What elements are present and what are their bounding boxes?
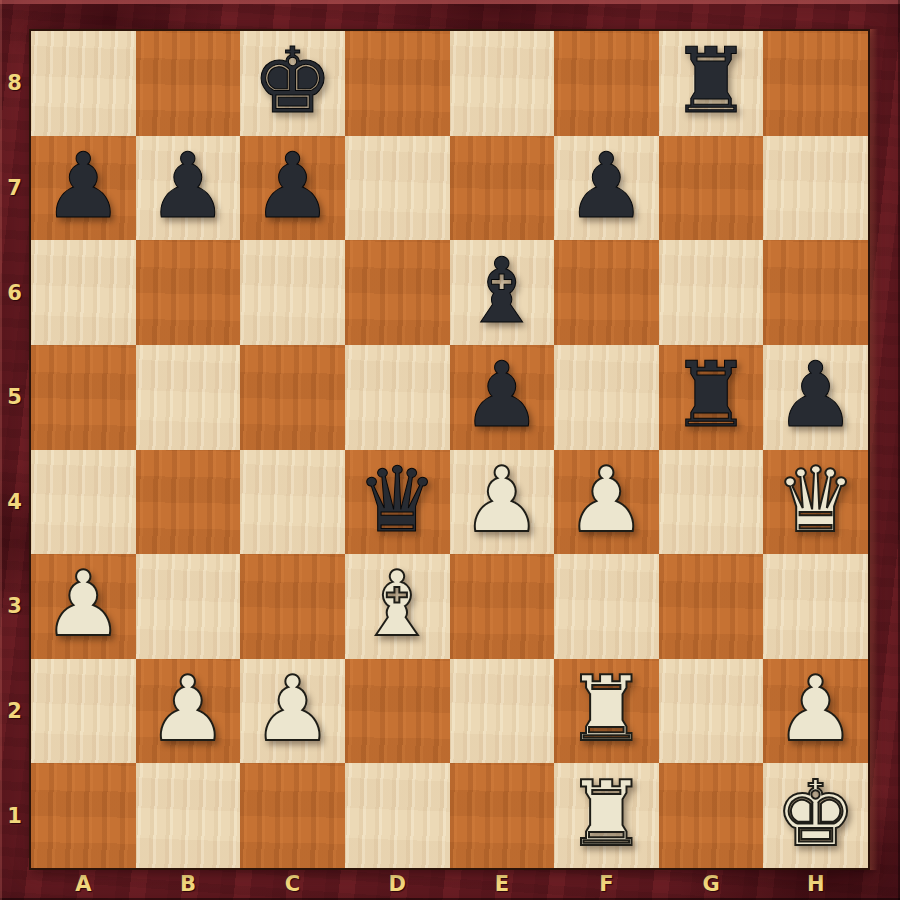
square-b5[interactable]: [136, 345, 241, 450]
square-b2[interactable]: ♟: [136, 659, 241, 764]
square-c3[interactable]: [240, 554, 345, 659]
square-h2[interactable]: ♟: [763, 659, 868, 764]
square-g2[interactable]: [659, 659, 764, 764]
white-bishop-d3[interactable]: ♝: [357, 559, 438, 649]
white-pawn-a3[interactable]: ♟: [43, 559, 124, 649]
rank-label-5: 5: [0, 345, 29, 450]
square-h7[interactable]: [763, 136, 868, 241]
black-king-c8[interactable]: ♚: [252, 36, 333, 126]
frame-bevel-highlight: [870, 29, 878, 870]
square-a4[interactable]: [31, 450, 136, 555]
square-h8[interactable]: [763, 31, 868, 136]
black-pawn-h5[interactable]: ♟: [775, 350, 856, 440]
square-e8[interactable]: [450, 31, 555, 136]
white-pawn-c2[interactable]: ♟: [252, 664, 333, 754]
square-d5[interactable]: [345, 345, 450, 450]
square-g5[interactable]: ♜: [659, 345, 764, 450]
chess-board: ♚♜♟♟♟♟♝♟♜♟♛♟♟♛♟♝♟♟♜♟♜♚: [29, 29, 870, 870]
white-rook-f2[interactable]: ♜: [566, 664, 647, 754]
rank-label-8: 8: [0, 31, 29, 136]
square-a5[interactable]: [31, 345, 136, 450]
square-c1[interactable]: [240, 763, 345, 868]
square-h5[interactable]: ♟: [763, 345, 868, 450]
square-b4[interactable]: [136, 450, 241, 555]
square-a8[interactable]: [31, 31, 136, 136]
square-c8[interactable]: ♚: [240, 31, 345, 136]
file-label-h: H: [763, 868, 868, 900]
square-d3[interactable]: ♝: [345, 554, 450, 659]
square-e5[interactable]: ♟: [450, 345, 555, 450]
square-d1[interactable]: [345, 763, 450, 868]
square-e7[interactable]: [450, 136, 555, 241]
square-f4[interactable]: ♟: [554, 450, 659, 555]
white-rook-f1[interactable]: ♜: [566, 769, 647, 859]
square-a2[interactable]: [31, 659, 136, 764]
white-pawn-e4[interactable]: ♟: [461, 455, 542, 545]
square-c2[interactable]: ♟: [240, 659, 345, 764]
black-pawn-c7[interactable]: ♟: [252, 141, 333, 231]
square-a1[interactable]: [31, 763, 136, 868]
square-f2[interactable]: ♜: [554, 659, 659, 764]
square-h4[interactable]: ♛: [763, 450, 868, 555]
square-h3[interactable]: [763, 554, 868, 659]
square-b1[interactable]: [136, 763, 241, 868]
square-d4[interactable]: ♛: [345, 450, 450, 555]
file-label-f: F: [554, 868, 659, 900]
rank-label-2: 2: [0, 659, 29, 764]
square-a7[interactable]: ♟: [31, 136, 136, 241]
rank-labels: 87654321: [0, 31, 29, 868]
square-e3[interactable]: [450, 554, 555, 659]
square-c6[interactable]: [240, 240, 345, 345]
rank-label-3: 3: [0, 554, 29, 659]
square-d2[interactable]: [345, 659, 450, 764]
white-pawn-f4[interactable]: ♟: [566, 455, 647, 545]
white-pawn-b2[interactable]: ♟: [148, 664, 229, 754]
rank-label-1: 1: [0, 763, 29, 868]
black-bishop-e6[interactable]: ♝: [461, 246, 542, 336]
square-d7[interactable]: [345, 136, 450, 241]
square-e4[interactable]: ♟: [450, 450, 555, 555]
rank-label-6: 6: [0, 240, 29, 345]
black-pawn-f7[interactable]: ♟: [566, 141, 647, 231]
white-pawn-h2[interactable]: ♟: [775, 664, 856, 754]
square-a3[interactable]: ♟: [31, 554, 136, 659]
black-queen-d4[interactable]: ♛: [357, 455, 438, 545]
rank-label-7: 7: [0, 136, 29, 241]
square-e1[interactable]: [450, 763, 555, 868]
file-label-b: B: [136, 868, 241, 900]
square-g7[interactable]: [659, 136, 764, 241]
square-f3[interactable]: [554, 554, 659, 659]
file-label-g: G: [659, 868, 764, 900]
chess-board-frame: 87654321 ABCDEFGH ♚♜♟♟♟♟♝♟♜♟♛♟♟♛♟♝♟♟♜♟♜♚: [0, 0, 900, 900]
square-d6[interactable]: [345, 240, 450, 345]
square-f8[interactable]: [554, 31, 659, 136]
white-queen-h4[interactable]: ♛: [775, 455, 856, 545]
black-pawn-b7[interactable]: ♟: [148, 141, 229, 231]
square-e6[interactable]: ♝: [450, 240, 555, 345]
black-pawn-a7[interactable]: ♟: [43, 141, 124, 231]
square-f5[interactable]: [554, 345, 659, 450]
square-f6[interactable]: [554, 240, 659, 345]
square-b8[interactable]: [136, 31, 241, 136]
square-h1[interactable]: ♚: [763, 763, 868, 868]
square-c7[interactable]: ♟: [240, 136, 345, 241]
square-h6[interactable]: [763, 240, 868, 345]
square-f7[interactable]: ♟: [554, 136, 659, 241]
black-rook-g8[interactable]: ♜: [671, 36, 752, 126]
square-g4[interactable]: [659, 450, 764, 555]
rank-label-4: 4: [0, 450, 29, 555]
square-c5[interactable]: [240, 345, 345, 450]
square-f1[interactable]: ♜: [554, 763, 659, 868]
square-g8[interactable]: ♜: [659, 31, 764, 136]
file-label-e: E: [450, 868, 555, 900]
file-label-c: C: [240, 868, 345, 900]
square-e2[interactable]: [450, 659, 555, 764]
black-rook-g5[interactable]: ♜: [671, 350, 752, 440]
square-b6[interactable]: [136, 240, 241, 345]
square-g1[interactable]: [659, 763, 764, 868]
file-labels: ABCDEFGH: [31, 868, 868, 900]
square-g6[interactable]: [659, 240, 764, 345]
square-a6[interactable]: [31, 240, 136, 345]
square-b3[interactable]: [136, 554, 241, 659]
black-pawn-e5[interactable]: ♟: [461, 350, 542, 440]
square-g3[interactable]: [659, 554, 764, 659]
square-c4[interactable]: [240, 450, 345, 555]
file-label-a: A: [31, 868, 136, 900]
square-d8[interactable]: [345, 31, 450, 136]
square-b7[interactable]: ♟: [136, 136, 241, 241]
white-king-h1[interactable]: ♚: [775, 769, 856, 859]
file-label-d: D: [345, 868, 450, 900]
